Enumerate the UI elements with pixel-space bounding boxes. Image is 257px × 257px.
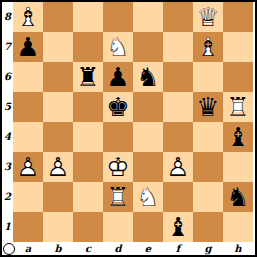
piece-outline: ♖ bbox=[223, 92, 253, 122]
square-g2[interactable] bbox=[193, 182, 223, 212]
piece-white-knight: ♞♘ bbox=[103, 32, 133, 62]
file-label-c: c bbox=[73, 242, 103, 255]
square-a1[interactable] bbox=[13, 212, 43, 242]
square-c8[interactable] bbox=[73, 2, 103, 32]
square-c1[interactable] bbox=[73, 212, 103, 242]
square-a5[interactable] bbox=[13, 92, 43, 122]
rank-label-6: 6 bbox=[2, 62, 13, 92]
piece-black-rook: ♜ bbox=[73, 62, 103, 92]
file-label-g: g bbox=[193, 242, 223, 255]
piece-outline: ♕ bbox=[193, 2, 223, 32]
square-d8[interactable] bbox=[103, 2, 133, 32]
square-b7[interactable] bbox=[43, 32, 73, 62]
square-h6[interactable] bbox=[223, 62, 253, 92]
rank-label-3: 3 bbox=[2, 152, 13, 182]
square-h2[interactable]: ♞ bbox=[223, 182, 253, 212]
square-f4[interactable] bbox=[163, 122, 193, 152]
square-f3[interactable]: ♟♙ bbox=[163, 152, 193, 182]
square-e6[interactable]: ♞ bbox=[133, 62, 163, 92]
square-h4[interactable]: ♝ bbox=[223, 122, 253, 152]
square-c7[interactable] bbox=[73, 32, 103, 62]
rank-label-5: 5 bbox=[2, 92, 13, 122]
square-e8[interactable] bbox=[133, 2, 163, 32]
square-g6[interactable] bbox=[193, 62, 223, 92]
piece-white-bishop: ♝♗ bbox=[193, 32, 223, 62]
square-f1[interactable]: ♝ bbox=[163, 212, 193, 242]
piece-white-pawn: ♟♙ bbox=[13, 152, 43, 182]
piece-black-knight: ♞ bbox=[133, 62, 163, 92]
square-e2[interactable]: ♞♘ bbox=[133, 182, 163, 212]
side-to-move-indicator bbox=[3, 243, 15, 255]
square-d7[interactable]: ♞♘ bbox=[103, 32, 133, 62]
piece-white-rook: ♜♖ bbox=[223, 92, 253, 122]
piece-white-knight: ♞♘ bbox=[133, 182, 163, 212]
piece-outline: ♗ bbox=[193, 32, 223, 62]
square-b6[interactable] bbox=[43, 62, 73, 92]
piece-black-knight: ♞ bbox=[223, 182, 253, 212]
piece-white-rook: ♜♖ bbox=[103, 182, 133, 212]
square-d3[interactable]: ♚♔ bbox=[103, 152, 133, 182]
square-a4[interactable] bbox=[13, 122, 43, 152]
square-d1[interactable] bbox=[103, 212, 133, 242]
piece-black-bishop: ♝ bbox=[163, 212, 193, 242]
rank-label-7: 7 bbox=[2, 32, 13, 62]
square-b3[interactable]: ♟♙ bbox=[43, 152, 73, 182]
piece-outline: ♗ bbox=[13, 2, 43, 32]
square-d4[interactable] bbox=[103, 122, 133, 152]
square-b1[interactable] bbox=[43, 212, 73, 242]
square-c6[interactable]: ♜ bbox=[73, 62, 103, 92]
square-e1[interactable] bbox=[133, 212, 163, 242]
square-f7[interactable] bbox=[163, 32, 193, 62]
piece-outline: ♔ bbox=[103, 152, 133, 182]
square-e4[interactable] bbox=[133, 122, 163, 152]
file-label-e: e bbox=[133, 242, 163, 255]
square-h3[interactable] bbox=[223, 152, 253, 182]
square-a3[interactable]: ♟♙ bbox=[13, 152, 43, 182]
square-d6[interactable]: ♟ bbox=[103, 62, 133, 92]
square-a8[interactable]: ♝♗ bbox=[13, 2, 43, 32]
square-c4[interactable] bbox=[73, 122, 103, 152]
square-b5[interactable] bbox=[43, 92, 73, 122]
piece-black-queen: ♛ bbox=[193, 92, 223, 122]
square-a7[interactable]: ♟ bbox=[13, 32, 43, 62]
rank-label-1: 1 bbox=[2, 212, 13, 242]
piece-outline: ♙ bbox=[163, 152, 193, 182]
piece-white-pawn: ♟♙ bbox=[43, 152, 73, 182]
square-e3[interactable] bbox=[133, 152, 163, 182]
square-f5[interactable] bbox=[163, 92, 193, 122]
file-label-d: d bbox=[103, 242, 133, 255]
square-a6[interactable] bbox=[13, 62, 43, 92]
square-f8[interactable] bbox=[163, 2, 193, 32]
square-h8[interactable] bbox=[223, 2, 253, 32]
piece-white-king: ♚♔ bbox=[103, 152, 133, 182]
square-a2[interactable] bbox=[13, 182, 43, 212]
piece-outline: ♘ bbox=[133, 182, 163, 212]
piece-black-pawn: ♟ bbox=[13, 32, 43, 62]
piece-outline: ♙ bbox=[43, 152, 73, 182]
file-label-b: b bbox=[43, 242, 73, 255]
square-f6[interactable] bbox=[163, 62, 193, 92]
square-b2[interactable] bbox=[43, 182, 73, 212]
square-b4[interactable] bbox=[43, 122, 73, 152]
piece-white-queen: ♛♕ bbox=[193, 2, 223, 32]
chess-diagram: 8 7 6 5 4 3 2 1 ♝♗♛♕♟♞♘♝♗♜♟♞♚♛♜♖♝♟♙♟♙♚♔♟… bbox=[0, 0, 257, 257]
square-h5[interactable]: ♜♖ bbox=[223, 92, 253, 122]
piece-outline: ♖ bbox=[103, 182, 133, 212]
square-g4[interactable] bbox=[193, 122, 223, 152]
square-e5[interactable] bbox=[133, 92, 163, 122]
rank-labels: 8 7 6 5 4 3 2 1 bbox=[2, 2, 13, 242]
rank-label-2: 2 bbox=[2, 182, 13, 212]
square-c5[interactable] bbox=[73, 92, 103, 122]
rank-label-8: 8 bbox=[2, 2, 13, 32]
square-h1[interactable] bbox=[223, 212, 253, 242]
piece-black-pawn: ♟ bbox=[103, 62, 133, 92]
square-g3[interactable] bbox=[193, 152, 223, 182]
piece-white-pawn: ♟♙ bbox=[163, 152, 193, 182]
square-c3[interactable] bbox=[73, 152, 103, 182]
square-g5[interactable]: ♛ bbox=[193, 92, 223, 122]
square-c2[interactable] bbox=[73, 182, 103, 212]
square-b8[interactable] bbox=[43, 2, 73, 32]
piece-black-king: ♚ bbox=[103, 92, 133, 122]
chess-board: ♝♗♛♕♟♞♘♝♗♜♟♞♚♛♜♖♝♟♙♟♙♚♔♟♙♜♖♞♘♞♝ bbox=[13, 2, 253, 242]
piece-white-bishop: ♝♗ bbox=[13, 2, 43, 32]
square-g1[interactable] bbox=[193, 212, 223, 242]
file-labels: a b c d e f g h bbox=[13, 242, 253, 255]
square-d2[interactable]: ♜♖ bbox=[103, 182, 133, 212]
piece-black-bishop: ♝ bbox=[223, 122, 253, 152]
square-f2[interactable] bbox=[163, 182, 193, 212]
square-g7[interactable]: ♝♗ bbox=[193, 32, 223, 62]
file-label-f: f bbox=[163, 242, 193, 255]
file-label-a: a bbox=[13, 242, 43, 255]
piece-outline: ♙ bbox=[13, 152, 43, 182]
square-e7[interactable] bbox=[133, 32, 163, 62]
square-d5[interactable]: ♚ bbox=[103, 92, 133, 122]
file-label-h: h bbox=[223, 242, 253, 255]
square-h7[interactable] bbox=[223, 32, 253, 62]
square-g8[interactable]: ♛♕ bbox=[193, 2, 223, 32]
rank-label-4: 4 bbox=[2, 122, 13, 152]
piece-outline: ♘ bbox=[103, 32, 133, 62]
